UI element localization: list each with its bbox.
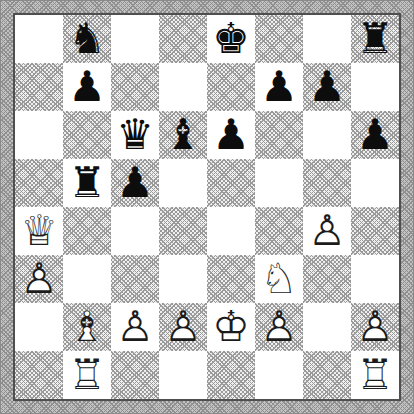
- black-pawn[interactable]: ♟: [207, 111, 255, 159]
- square-d2[interactable]: ♟♙: [159, 303, 207, 351]
- square-f3[interactable]: ♞♘: [255, 255, 303, 303]
- square-c7[interactable]: [111, 63, 159, 111]
- square-e7[interactable]: [207, 63, 255, 111]
- black-pawn[interactable]: ♟: [351, 111, 399, 159]
- square-h5[interactable]: [351, 159, 399, 207]
- square-h4[interactable]: [351, 207, 399, 255]
- square-g3[interactable]: [303, 255, 351, 303]
- square-d1[interactable]: [159, 351, 207, 399]
- square-f6[interactable]: [255, 111, 303, 159]
- square-c8[interactable]: [111, 15, 159, 63]
- square-a6[interactable]: [15, 111, 63, 159]
- square-h8[interactable]: ♜: [351, 15, 399, 63]
- square-e6[interactable]: ♟: [207, 111, 255, 159]
- white-bishop[interactable]: ♝♗: [63, 303, 111, 351]
- square-g1[interactable]: [303, 351, 351, 399]
- black-king[interactable]: ♚: [207, 15, 255, 63]
- square-h7[interactable]: [351, 63, 399, 111]
- square-e4[interactable]: [207, 207, 255, 255]
- square-b5[interactable]: ♜: [63, 159, 111, 207]
- square-c1[interactable]: [111, 351, 159, 399]
- square-a2[interactable]: [15, 303, 63, 351]
- square-g4[interactable]: ♟♙: [303, 207, 351, 255]
- black-pawn[interactable]: ♟: [303, 63, 351, 111]
- square-e8[interactable]: ♚: [207, 15, 255, 63]
- square-b4[interactable]: [63, 207, 111, 255]
- square-b8[interactable]: ♞: [63, 15, 111, 63]
- square-a1[interactable]: [15, 351, 63, 399]
- square-d6[interactable]: ♝: [159, 111, 207, 159]
- square-b2[interactable]: ♝♗: [63, 303, 111, 351]
- square-f4[interactable]: [255, 207, 303, 255]
- black-knight[interactable]: ♞: [63, 15, 111, 63]
- square-f5[interactable]: [255, 159, 303, 207]
- white-pawn[interactable]: ♟♙: [255, 303, 303, 351]
- square-h3[interactable]: [351, 255, 399, 303]
- black-rook[interactable]: ♜: [63, 159, 111, 207]
- square-g6[interactable]: [303, 111, 351, 159]
- black-bishop[interactable]: ♝: [159, 111, 207, 159]
- white-pawn[interactable]: ♟♙: [15, 255, 63, 303]
- square-e3[interactable]: [207, 255, 255, 303]
- square-e1[interactable]: [207, 351, 255, 399]
- square-f1[interactable]: [255, 351, 303, 399]
- square-f7[interactable]: ♟: [255, 63, 303, 111]
- board-frame: ♞♚♜♟♟♟♛♝♟♟♜♟♛♕♟♙♟♙♞♘♝♗♟♙♟♙♚♔♟♙♟♙♜♖♜♖: [0, 0, 414, 414]
- white-knight[interactable]: ♞♘: [255, 255, 303, 303]
- square-g8[interactable]: [303, 15, 351, 63]
- square-d3[interactable]: [159, 255, 207, 303]
- white-pawn[interactable]: ♟♙: [303, 207, 351, 255]
- square-e5[interactable]: [207, 159, 255, 207]
- square-a8[interactable]: [15, 15, 63, 63]
- white-pawn[interactable]: ♟♙: [351, 303, 399, 351]
- chess-board: ♞♚♜♟♟♟♛♝♟♟♜♟♛♕♟♙♟♙♞♘♝♗♟♙♟♙♚♔♟♙♟♙♜♖♜♖: [13, 13, 401, 401]
- square-d4[interactable]: [159, 207, 207, 255]
- square-h2[interactable]: ♟♙: [351, 303, 399, 351]
- square-h6[interactable]: ♟: [351, 111, 399, 159]
- black-pawn[interactable]: ♟: [63, 63, 111, 111]
- square-c4[interactable]: [111, 207, 159, 255]
- white-queen[interactable]: ♛♕: [15, 207, 63, 255]
- black-queen[interactable]: ♛: [111, 111, 159, 159]
- square-b3[interactable]: [63, 255, 111, 303]
- black-pawn[interactable]: ♟: [255, 63, 303, 111]
- square-e2[interactable]: ♚♔: [207, 303, 255, 351]
- square-f8[interactable]: [255, 15, 303, 63]
- black-rook[interactable]: ♜: [351, 15, 399, 63]
- square-g2[interactable]: [303, 303, 351, 351]
- square-a4[interactable]: ♛♕: [15, 207, 63, 255]
- square-h1[interactable]: ♜♖: [351, 351, 399, 399]
- square-a7[interactable]: [15, 63, 63, 111]
- square-b6[interactable]: [63, 111, 111, 159]
- white-rook[interactable]: ♜♖: [63, 351, 111, 399]
- square-c5[interactable]: ♟: [111, 159, 159, 207]
- white-rook[interactable]: ♜♖: [351, 351, 399, 399]
- white-pawn[interactable]: ♟♙: [159, 303, 207, 351]
- square-b1[interactable]: ♜♖: [63, 351, 111, 399]
- square-a5[interactable]: [15, 159, 63, 207]
- square-f2[interactable]: ♟♙: [255, 303, 303, 351]
- white-pawn[interactable]: ♟♙: [111, 303, 159, 351]
- square-g5[interactable]: [303, 159, 351, 207]
- square-d7[interactable]: [159, 63, 207, 111]
- square-g7[interactable]: ♟: [303, 63, 351, 111]
- white-king[interactable]: ♚♔: [207, 303, 255, 351]
- square-c6[interactable]: ♛: [111, 111, 159, 159]
- square-a3[interactable]: ♟♙: [15, 255, 63, 303]
- square-b7[interactable]: ♟: [63, 63, 111, 111]
- square-c2[interactable]: ♟♙: [111, 303, 159, 351]
- black-pawn[interactable]: ♟: [111, 159, 159, 207]
- square-c3[interactable]: [111, 255, 159, 303]
- square-d5[interactable]: [159, 159, 207, 207]
- square-d8[interactable]: [159, 15, 207, 63]
